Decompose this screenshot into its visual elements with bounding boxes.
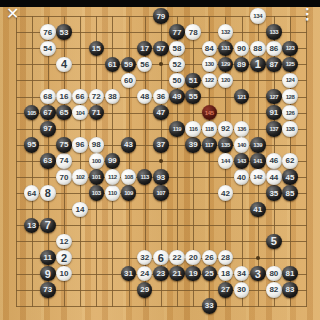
stone-75: 75 [56,137,72,153]
move-number: 108 [124,174,133,180]
star-point [159,62,163,66]
stone-124: 124 [282,73,298,89]
move-number: 51 [189,75,198,84]
move-number: 113 [140,174,148,180]
stone-125: 125 [282,57,298,73]
move-number: 89 [237,59,246,68]
stone-119: 119 [169,121,185,137]
move-number: 17 [140,43,149,52]
stone-81: 81 [282,266,298,282]
move-number: 34 [237,269,246,278]
stone-110: 110 [105,185,121,201]
move-number: 110 [108,190,116,196]
stone-103: 103 [89,185,105,201]
move-number: 53 [59,27,68,36]
move-number: 1 [255,58,261,70]
stone-16: 16 [56,89,72,105]
stone-35: 35 [266,185,282,201]
move-number: 43 [124,140,133,149]
grid-line [16,306,308,307]
move-number: 143 [237,157,246,163]
move-number: 99 [108,156,117,165]
stone-93: 93 [153,169,169,185]
stone-120: 120 [218,73,234,89]
move-number: 80 [269,269,278,278]
stone-53: 53 [56,24,72,40]
stone-131: 131 [218,41,234,57]
stone-26: 26 [202,250,218,266]
move-number: 27 [221,285,230,294]
stone-97: 97 [40,121,56,137]
move-number: 128 [286,93,295,99]
move-number: 135 [221,141,230,147]
stone-40: 40 [234,169,250,185]
move-number: 32 [140,253,149,262]
move-number: 48 [140,92,149,101]
stone-130: 130 [202,57,218,73]
stone-23: 23 [153,266,169,282]
move-number: 36 [156,92,165,101]
stone-145: 145 [202,105,218,121]
stone-55: 55 [185,89,201,105]
stone-137: 137 [266,121,282,137]
move-number: 42 [221,188,230,197]
stone-79: 79 [153,8,169,24]
move-number: 15 [92,43,101,52]
move-number: 23 [156,269,165,278]
move-number: 18 [221,269,230,278]
close-icon[interactable]: ✕ [6,6,19,22]
move-number: 81 [286,269,295,278]
stone-62: 62 [282,153,298,169]
move-number: 88 [253,43,262,52]
stone-13: 13 [24,218,40,234]
move-number: 49 [173,92,182,101]
stone-76: 76 [40,24,56,40]
stone-58: 58 [169,41,185,57]
move-number: 26 [205,253,214,262]
move-number: 109 [124,190,133,196]
stone-123: 123 [282,41,298,57]
stone-29: 29 [137,282,153,298]
move-number: 104 [76,109,85,115]
move-number: 74 [59,156,68,165]
move-number: 141 [253,157,262,163]
top-bar [0,0,320,7]
move-number: 56 [140,59,149,68]
stone-10: 10 [56,266,72,282]
move-number: 140 [237,141,246,147]
stone-50: 50 [169,73,185,89]
stone-3: 3 [250,266,266,282]
move-number: 121 [237,93,246,99]
move-number: 96 [76,140,85,149]
stone-24: 24 [137,266,153,282]
stone-33: 33 [202,298,218,314]
stone-11: 11 [40,250,56,266]
stone-78: 78 [185,24,201,40]
move-number: 24 [140,269,149,278]
move-number: 134 [253,13,262,19]
move-number: 124 [286,77,295,83]
stone-38: 38 [105,89,121,105]
move-number: 127 [269,93,278,99]
move-number: 101 [92,174,101,180]
move-number: 123 [286,45,295,51]
stone-77: 77 [169,24,185,40]
move-number: 39 [189,140,198,149]
stone-82: 82 [266,282,282,298]
grid-line [16,225,308,226]
stone-49: 49 [169,89,185,105]
stone-90: 90 [234,41,250,57]
stone-42: 42 [218,185,234,201]
move-number: 61 [108,59,117,68]
move-number: 145 [205,109,214,115]
stone-118: 118 [202,121,218,137]
stone-104: 104 [72,105,88,121]
move-number: 116 [189,125,197,131]
move-number: 144 [221,157,230,163]
move-number: 105 [27,109,36,115]
stone-72: 72 [89,89,105,105]
move-number: 37 [156,140,165,149]
move-number: 71 [92,108,101,117]
move-number: 137 [269,125,278,131]
move-number: 85 [286,188,295,197]
stone-46: 46 [266,153,282,169]
move-number: 31 [124,269,133,278]
stone-68: 68 [40,89,56,105]
stone-134: 134 [250,8,266,24]
stone-12: 12 [56,234,72,250]
move-number: 136 [237,125,246,131]
move-number: 133 [269,29,278,35]
stone-135: 135 [218,137,234,153]
move-number: 30 [237,285,246,294]
move-number: 65 [59,108,68,117]
stone-57: 57 [153,41,169,57]
stone-60: 60 [121,73,137,89]
stone-140: 140 [234,137,250,153]
stone-129: 129 [218,57,234,73]
move-number: 35 [269,188,278,197]
stone-15: 15 [89,41,105,57]
move-number: 64 [27,188,36,197]
stone-113: 113 [137,169,153,185]
stone-37: 37 [153,137,169,153]
move-number: 10 [59,269,68,278]
stone-143: 143 [234,153,250,169]
move-number: 130 [205,61,214,67]
move-number: 92 [221,124,230,133]
move-number: 82 [269,285,278,294]
move-number: 58 [173,43,182,52]
stone-2: 2 [56,250,72,266]
move-number: 8 [45,187,51,199]
move-number: 73 [43,285,52,294]
stone-67: 67 [40,105,56,121]
move-number: 70 [59,172,68,181]
move-number: 97 [43,124,52,133]
stone-9: 9 [40,266,56,282]
stone-108: 108 [121,169,137,185]
stone-7: 7 [40,218,56,234]
stone-85: 85 [282,185,298,201]
move-number: 122 [205,77,214,83]
move-number: 86 [269,43,278,52]
stone-122: 122 [202,73,218,89]
move-number: 84 [205,43,214,52]
stone-36: 36 [153,89,169,105]
stone-14: 14 [72,202,88,218]
stone-92: 92 [218,121,234,137]
move-number: 66 [76,92,85,101]
move-number: 90 [237,43,246,52]
stone-95: 95 [24,137,40,153]
move-number: 117 [205,141,213,147]
stone-100: 100 [89,153,105,169]
move-number: 120 [221,77,230,83]
move-number: 119 [173,125,181,131]
stone-56: 56 [137,57,153,73]
move-number: 126 [286,109,295,115]
stone-4: 4 [56,57,72,73]
move-number: 112 [108,174,116,180]
stone-91: 91 [266,105,282,121]
stone-112: 112 [105,169,121,185]
stone-144: 144 [218,153,234,169]
move-number: 77 [173,27,182,36]
move-number: 7 [45,219,51,231]
stone-107: 107 [153,185,169,201]
stone-65: 65 [56,105,72,121]
move-number: 22 [173,253,182,262]
stone-66: 66 [72,89,88,105]
move-number: 5 [271,235,277,247]
stone-18: 18 [218,266,234,282]
stone-27: 27 [218,282,234,298]
move-number: 78 [189,27,198,36]
move-number: 12 [59,236,68,245]
move-number: 44 [269,172,278,181]
stone-64: 64 [24,185,40,201]
stone-101: 101 [89,169,105,185]
move-number: 19 [189,269,198,278]
stone-39: 39 [185,137,201,153]
move-number: 138 [286,125,295,131]
menu-icon[interactable]: ⋮ [300,6,315,22]
stone-121: 121 [234,89,250,105]
stone-99: 99 [105,153,121,169]
stone-5: 5 [266,234,282,250]
stone-59: 59 [121,57,137,73]
move-number: 50 [173,75,182,84]
move-number: 103 [92,190,101,196]
stone-63: 63 [40,153,56,169]
move-number: 76 [43,27,52,36]
stone-32: 32 [137,250,153,266]
stone-132: 132 [218,24,234,40]
move-number: 87 [269,59,278,68]
move-number: 54 [43,43,52,52]
move-number: 38 [108,92,117,101]
stone-20: 20 [185,250,201,266]
move-number: 79 [156,11,165,20]
stone-126: 126 [282,105,298,121]
move-number: 102 [76,174,85,180]
move-number: 63 [43,156,52,165]
stone-61: 61 [105,57,121,73]
stone-98: 98 [89,137,105,153]
stone-25: 25 [202,266,218,282]
stone-127: 127 [266,89,282,105]
stone-45: 45 [282,169,298,185]
move-number: 75 [59,140,68,149]
move-number: 3 [255,267,261,279]
move-number: 93 [156,172,165,181]
move-number: 2 [61,251,67,263]
move-number: 125 [286,61,295,67]
stone-70: 70 [56,169,72,185]
stone-28: 28 [218,250,234,266]
stone-102: 102 [72,169,88,185]
stone-109: 109 [121,185,137,201]
stone-139: 139 [250,137,266,153]
move-number: 55 [189,92,198,101]
stone-8: 8 [40,185,56,201]
stone-44: 44 [266,169,282,185]
move-number: 67 [43,108,52,117]
move-number: 13 [27,220,36,229]
move-number: 91 [269,108,278,117]
stone-133: 133 [266,24,282,40]
move-number: 132 [221,29,230,35]
move-number: 40 [237,172,246,181]
move-number: 68 [43,92,52,101]
star-point [256,256,260,260]
move-number: 131 [221,45,230,51]
stone-73: 73 [40,282,56,298]
move-number: 72 [92,92,101,101]
go-board[interactable]: 1234567891011121314151617181920212223242… [0,0,320,320]
move-number: 41 [253,204,262,213]
stone-87: 87 [266,57,282,73]
stone-17: 17 [137,41,153,57]
stone-71: 71 [89,105,105,121]
move-number: 95 [27,140,36,149]
move-number: 107 [156,190,165,196]
stone-116: 116 [185,121,201,137]
stone-136: 136 [234,121,250,137]
move-number: 100 [92,157,101,163]
stone-96: 96 [72,137,88,153]
move-number: 139 [253,141,262,147]
stone-30: 30 [234,282,250,298]
move-number: 16 [59,92,68,101]
grid-line [16,290,308,291]
stone-6: 6 [153,250,169,266]
stone-52: 52 [169,57,185,73]
stone-105: 105 [24,105,40,121]
stone-84: 84 [202,41,218,57]
move-number: 60 [124,75,133,84]
move-number: 25 [205,269,214,278]
stone-86: 86 [266,41,282,57]
move-number: 9 [45,267,51,279]
move-number: 20 [189,253,198,262]
move-number: 142 [253,174,262,180]
move-number: 29 [140,285,149,294]
stone-54: 54 [40,41,56,57]
move-number: 62 [286,156,295,165]
stone-89: 89 [234,57,250,73]
stone-31: 31 [121,266,137,282]
stone-48: 48 [137,89,153,105]
star-point [159,159,163,163]
move-number: 59 [124,59,133,68]
move-number: 83 [286,285,295,294]
move-number: 6 [158,251,164,263]
stone-74: 74 [56,153,72,169]
move-number: 28 [221,253,230,262]
stone-117: 117 [202,137,218,153]
grid-line [306,16,307,307]
move-number: 11 [44,253,52,262]
move-number: 47 [156,108,165,117]
stone-80: 80 [266,266,282,282]
move-number: 129 [221,61,230,67]
stone-138: 138 [282,121,298,137]
move-number: 33 [205,301,214,310]
move-number: 118 [205,125,213,131]
stone-22: 22 [169,250,185,266]
move-number: 45 [286,172,295,181]
move-number: 57 [156,43,165,52]
stone-1: 1 [250,57,266,73]
stone-19: 19 [185,266,201,282]
stone-142: 142 [250,169,266,185]
move-number: 21 [173,269,182,278]
stone-21: 21 [169,266,185,282]
stone-47: 47 [153,105,169,121]
move-number: 98 [92,140,101,149]
move-number: 14 [76,204,85,213]
move-number: 4 [61,58,67,70]
stone-34: 34 [234,266,250,282]
stone-41: 41 [250,202,266,218]
stone-141: 141 [250,153,266,169]
stone-88: 88 [250,41,266,57]
stone-43: 43 [121,137,137,153]
move-number: 52 [173,59,182,68]
stone-51: 51 [185,73,201,89]
stone-83: 83 [282,282,298,298]
move-number: 46 [269,156,278,165]
stone-128: 128 [282,89,298,105]
